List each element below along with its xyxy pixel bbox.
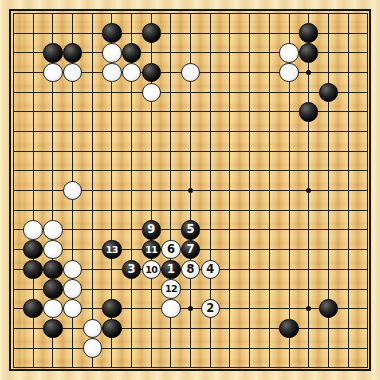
grid-line-vertical bbox=[249, 13, 250, 368]
black-stone[interactable] bbox=[102, 299, 121, 318]
move-12-white-stone[interactable]: 12 bbox=[161, 279, 180, 298]
black-stone[interactable] bbox=[43, 319, 62, 338]
grid-line-vertical bbox=[348, 13, 349, 368]
white-stone[interactable] bbox=[63, 299, 82, 318]
star-point bbox=[306, 188, 311, 193]
move-number-label: 7 bbox=[187, 243, 195, 255]
move-number-label: 9 bbox=[147, 224, 155, 236]
grid-line-vertical bbox=[269, 13, 270, 368]
black-stone[interactable] bbox=[142, 63, 161, 82]
black-stone[interactable] bbox=[319, 299, 338, 318]
white-stone[interactable] bbox=[102, 43, 121, 62]
go-diagram: 12345678910111213 bbox=[0, 0, 380, 380]
move-10-white-stone[interactable]: 10 bbox=[142, 260, 161, 279]
black-stone[interactable] bbox=[23, 240, 42, 259]
move-number-label: 1 bbox=[167, 263, 175, 275]
move-1-black-stone[interactable]: 1 bbox=[161, 260, 180, 279]
move-13-black-stone[interactable]: 13 bbox=[102, 240, 121, 259]
black-stone[interactable] bbox=[23, 299, 42, 318]
star-point bbox=[306, 306, 311, 311]
white-stone[interactable] bbox=[43, 220, 62, 239]
white-stone[interactable] bbox=[63, 279, 82, 298]
move-number-label: 4 bbox=[206, 263, 214, 275]
go-board-grid: 12345678910111213 bbox=[11, 11, 369, 369]
black-stone[interactable] bbox=[23, 260, 42, 279]
move-number-label: 12 bbox=[165, 284, 177, 294]
white-stone[interactable] bbox=[83, 338, 102, 357]
go-board[interactable]: 12345678910111213 bbox=[9, 9, 371, 371]
black-stone[interactable] bbox=[122, 43, 141, 62]
grid-line-horizontal bbox=[13, 348, 368, 349]
white-stone[interactable] bbox=[122, 63, 141, 82]
black-stone[interactable] bbox=[102, 23, 121, 42]
white-stone[interactable] bbox=[161, 299, 180, 318]
white-stone[interactable] bbox=[63, 181, 82, 200]
white-stone[interactable] bbox=[102, 63, 121, 82]
grid-line-vertical bbox=[367, 13, 368, 368]
star-point bbox=[306, 70, 311, 75]
black-stone[interactable] bbox=[299, 23, 318, 42]
move-9-black-stone[interactable]: 9 bbox=[142, 220, 161, 239]
black-stone[interactable] bbox=[142, 23, 161, 42]
move-4-white-stone[interactable]: 4 bbox=[201, 260, 220, 279]
white-stone[interactable] bbox=[63, 260, 82, 279]
move-6-white-stone[interactable]: 6 bbox=[161, 240, 180, 259]
grid-line-horizontal bbox=[13, 210, 368, 211]
white-stone[interactable] bbox=[63, 63, 82, 82]
move-2-white-stone[interactable]: 2 bbox=[201, 299, 220, 318]
white-stone[interactable] bbox=[181, 63, 200, 82]
white-stone[interactable] bbox=[142, 83, 161, 102]
move-number-label: 5 bbox=[187, 224, 195, 236]
grid-line-horizontal bbox=[13, 328, 368, 329]
grid-line-vertical bbox=[229, 13, 230, 368]
grid-line-horizontal bbox=[13, 367, 368, 368]
move-number-label: 2 bbox=[206, 302, 214, 314]
black-stone[interactable] bbox=[63, 43, 82, 62]
move-number-label: 13 bbox=[106, 244, 118, 254]
move-7-black-stone[interactable]: 7 bbox=[181, 240, 200, 259]
white-stone[interactable] bbox=[43, 63, 62, 82]
white-stone[interactable] bbox=[43, 240, 62, 259]
move-number-label: 3 bbox=[128, 263, 136, 275]
move-number-label: 11 bbox=[145, 244, 157, 254]
black-stone[interactable] bbox=[279, 319, 298, 338]
black-stone[interactable] bbox=[299, 43, 318, 62]
black-stone[interactable] bbox=[102, 319, 121, 338]
star-point bbox=[188, 306, 193, 311]
move-8-white-stone[interactable]: 8 bbox=[181, 260, 200, 279]
black-stone[interactable] bbox=[43, 43, 62, 62]
star-point bbox=[188, 188, 193, 193]
move-11-black-stone[interactable]: 11 bbox=[142, 240, 161, 259]
black-stone[interactable] bbox=[319, 83, 338, 102]
black-stone[interactable] bbox=[299, 102, 318, 121]
white-stone[interactable] bbox=[43, 299, 62, 318]
white-stone[interactable] bbox=[83, 319, 102, 338]
white-stone[interactable] bbox=[279, 43, 298, 62]
white-stone[interactable] bbox=[23, 220, 42, 239]
white-stone[interactable] bbox=[279, 63, 298, 82]
move-number-label: 10 bbox=[145, 264, 157, 274]
move-3-black-stone[interactable]: 3 bbox=[122, 260, 141, 279]
move-number-label: 6 bbox=[167, 243, 175, 255]
black-stone[interactable] bbox=[43, 279, 62, 298]
black-stone[interactable] bbox=[43, 260, 62, 279]
move-5-black-stone[interactable]: 5 bbox=[181, 220, 200, 239]
move-number-label: 8 bbox=[187, 263, 195, 275]
